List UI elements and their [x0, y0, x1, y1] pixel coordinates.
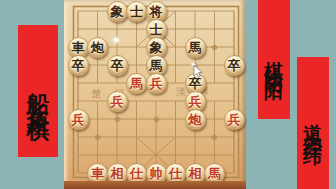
piece-char: 馬: [189, 41, 202, 54]
banner-left-text: 船长象棋: [27, 75, 50, 107]
piece-char: 仕: [169, 167, 182, 180]
piece-char: 卒: [228, 59, 241, 72]
piece-black-馬[interactable]: 馬: [185, 37, 206, 58]
piece-char: 兵: [189, 95, 202, 108]
mouse-cursor-icon: [192, 63, 204, 82]
piece-red-馬[interactable]: 馬: [126, 73, 147, 94]
banner-right-outer-text: 道为经纬: [304, 109, 323, 137]
piece-char: 象: [150, 41, 163, 54]
piece-black-卒[interactable]: 卒: [107, 55, 128, 76]
piece-char: 炮: [189, 113, 202, 126]
piece-black-卒[interactable]: 卒: [68, 55, 89, 76]
banner-right-outer: 道为经纬: [297, 57, 329, 189]
piece-char: 兵: [150, 77, 163, 90]
piece-char: 卒: [111, 59, 124, 72]
piece-char: 炮: [91, 41, 104, 54]
piece-char: 仕: [130, 167, 143, 180]
piece-char: 象: [111, 5, 124, 18]
banner-left: 船长象棋: [18, 25, 58, 157]
piece-black-象[interactable]: 象: [107, 1, 128, 22]
piece-char: 車: [91, 167, 104, 180]
piece-char: 卒: [72, 59, 85, 72]
piece-char: 士: [150, 23, 163, 36]
piece-char: 馬: [150, 59, 163, 72]
banner-right-inner: 棋法阴阳: [258, 0, 290, 119]
piece-char: 兵: [111, 95, 124, 108]
piece-char: 兵: [72, 113, 85, 126]
piece-black-炮[interactable]: 炮: [87, 37, 108, 58]
piece-char: 帅: [150, 167, 163, 180]
piece-char: 相: [111, 167, 124, 180]
banner-right-inner-text: 棋法阴阳: [265, 46, 284, 74]
board-bottom-edge: [64, 181, 246, 189]
piece-red-炮[interactable]: 炮: [185, 109, 206, 130]
piece-red-兵[interactable]: 兵: [146, 73, 167, 94]
xiangqi-board[interactable]: 楚 河 漢 界 象士将士車炮象馬卒卒馬卒卒馬兵兵兵兵炮兵車相仕帅仕相馬: [64, 0, 246, 189]
piece-char: 兵: [228, 113, 241, 126]
game-screen: 船长象棋 楚 河 漢 界 象士将士車炮象馬卒卒馬卒卒馬兵兵兵兵炮兵車相仕帅仕相馬…: [0, 0, 336, 189]
piece-char: 相: [189, 167, 202, 180]
piece-black-士[interactable]: 士: [126, 1, 147, 22]
piece-char: 車: [72, 41, 85, 54]
piece-char: 士: [130, 5, 143, 18]
piece-red-兵[interactable]: 兵: [224, 109, 245, 130]
piece-black-卒[interactable]: 卒: [224, 55, 245, 76]
sparkle-icon: ✦: [112, 34, 121, 47]
piece-red-兵[interactable]: 兵: [68, 109, 89, 130]
piece-char: 将: [150, 5, 163, 18]
piece-char: 馬: [130, 77, 143, 90]
piece-red-兵[interactable]: 兵: [107, 91, 128, 112]
piece-char: 馬: [208, 167, 221, 180]
